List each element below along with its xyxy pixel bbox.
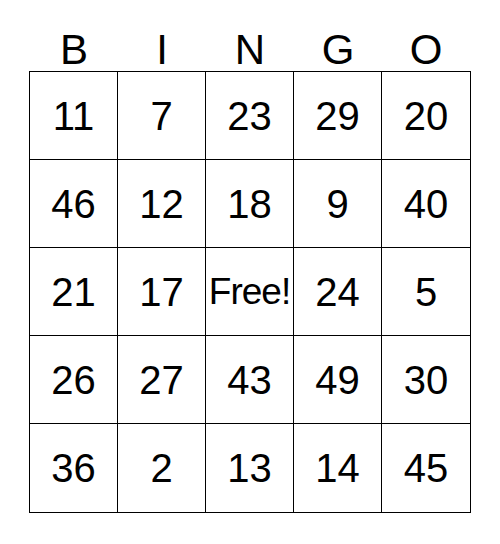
column-letter-o: O	[382, 29, 470, 71]
column-letter-i: I	[118, 29, 206, 71]
bingo-cell-r5c5[interactable]: 45	[382, 424, 470, 512]
bingo-cell-r2c5[interactable]: 40	[382, 160, 470, 248]
bingo-grid: 11 7 23 29 20 46 12 18 9 40 21 17 Free! …	[29, 71, 471, 513]
bingo-cell-r5c3[interactable]: 13	[206, 424, 294, 512]
column-letter-n: N	[206, 29, 294, 71]
bingo-cell-r1c3[interactable]: 23	[206, 72, 294, 160]
bingo-cell-r2c3[interactable]: 18	[206, 160, 294, 248]
bingo-cell-r3c4[interactable]: 24	[294, 248, 382, 336]
bingo-cell-r2c4[interactable]: 9	[294, 160, 382, 248]
free-space-cell[interactable]: Free!	[206, 248, 294, 336]
bingo-cell-r4c5[interactable]: 30	[382, 336, 470, 424]
bingo-cell-r5c2[interactable]: 2	[118, 424, 206, 512]
bingo-header: B I N G O	[29, 0, 471, 71]
bingo-cell-r4c4[interactable]: 49	[294, 336, 382, 424]
bingo-cell-r5c4[interactable]: 14	[294, 424, 382, 512]
column-letter-b: B	[30, 29, 118, 71]
bingo-cell-r5c1[interactable]: 36	[30, 424, 118, 512]
bingo-cell-r1c2[interactable]: 7	[118, 72, 206, 160]
bingo-cell-r2c2[interactable]: 12	[118, 160, 206, 248]
bingo-cell-r3c5[interactable]: 5	[382, 248, 470, 336]
bingo-cell-r1c1[interactable]: 11	[30, 72, 118, 160]
bingo-cell-r3c1[interactable]: 21	[30, 248, 118, 336]
bingo-card: B I N G O 11 7 23 29 20 46 12 18 9 40 21…	[29, 0, 471, 513]
bingo-cell-r3c2[interactable]: 17	[118, 248, 206, 336]
bingo-cell-r4c1[interactable]: 26	[30, 336, 118, 424]
bingo-cell-r2c1[interactable]: 46	[30, 160, 118, 248]
bingo-cell-r1c4[interactable]: 29	[294, 72, 382, 160]
bingo-cell-r4c3[interactable]: 43	[206, 336, 294, 424]
bingo-cell-r1c5[interactable]: 20	[382, 72, 470, 160]
column-letter-g: G	[294, 29, 382, 71]
bingo-cell-r4c2[interactable]: 27	[118, 336, 206, 424]
